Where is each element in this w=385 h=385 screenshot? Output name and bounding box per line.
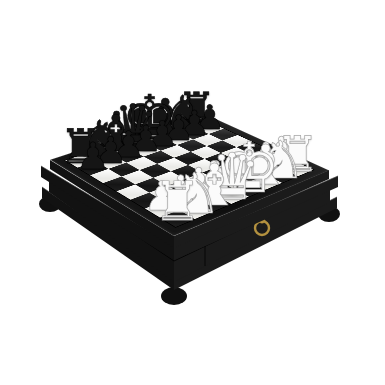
chess-set-photo: ♜♞♝♛♚♝♞♜♟♟♟♟♟♟♟♟♟♟♟♟♟♟♟♟♜♞♝♛♚♝♞♜ [0, 0, 385, 385]
